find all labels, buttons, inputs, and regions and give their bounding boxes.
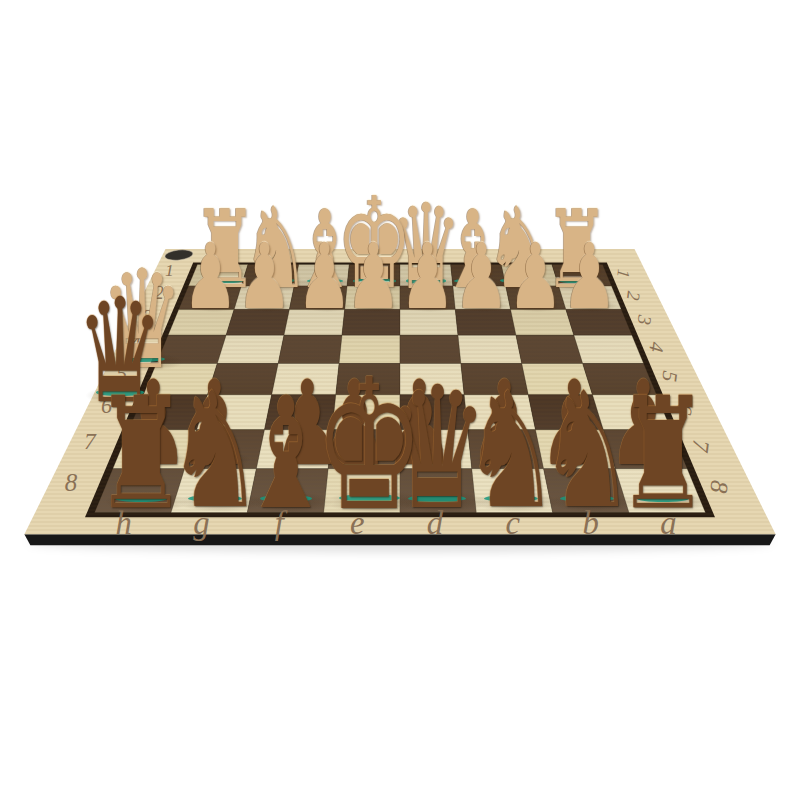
rank-label-left-2: 2 [155,283,164,303]
file-label-g: g [193,505,209,541]
file-label-c: c [506,505,521,541]
file-label-a: a [660,505,676,541]
rank-label-left-3: 3 [142,306,153,327]
rank-label-left-5: 5 [117,361,128,385]
rank-label-left-7: 7 [84,428,97,454]
file-label-d: d [427,505,444,541]
file-label-h: h [116,505,132,541]
file-label-e: e [350,505,365,541]
wood-grain [24,249,775,534]
chess-set-product-photo: hgfedcba1234567812345678 ♜♞♝♛♚♝♞♜♟♟♟♟♟♟♟… [0,0,800,800]
rank-label-left-8: 8 [65,469,78,496]
chessboard: hgfedcba1234567812345678 [0,0,800,800]
rank-label-left-6: 6 [101,393,113,418]
file-label-b: b [583,505,599,541]
rank-label-left-4: 4 [130,332,140,354]
rank-label-left-1: 1 [165,260,174,280]
